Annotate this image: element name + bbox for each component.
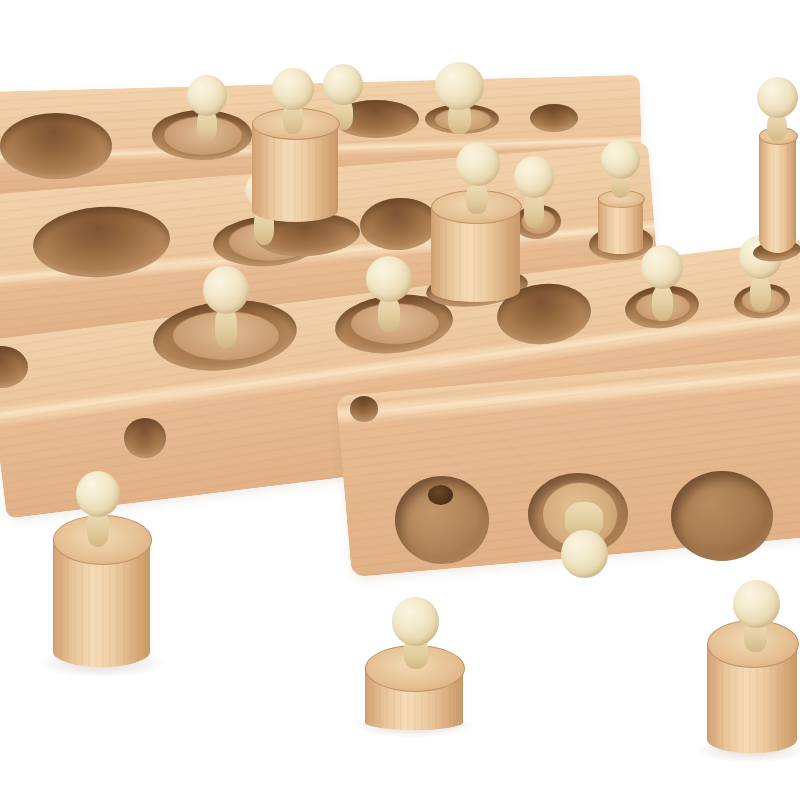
socket-hole-deep-empty [671,471,773,561]
knob-stem [652,285,673,321]
knobbed-cylinder-knob [366,256,412,332]
knob-ball [272,68,314,110]
side-notch [350,396,378,422]
knob-stem [750,275,772,311]
knob-ball [561,530,608,578]
knob-ball [641,245,683,289]
standing-cylinder-tall-thin [755,75,800,255]
knobbed-cylinder-knob [203,266,249,348]
knob-pointing-outward [561,500,608,578]
knobbed-cylinder-knob [435,62,484,134]
loose-cylinder-large [53,469,150,669]
standing-cylinder-large [250,66,340,224]
knob-ball [187,75,227,116]
pilot-hole [428,485,453,505]
cylinder-body [759,135,796,253]
knob-ball [601,140,640,179]
standing-cylinder-large [429,140,521,302]
knob-ball [757,77,798,118]
socket-hole-empty-small [530,104,578,132]
knob-ball [435,62,484,110]
knob-ball [366,256,412,302]
standing-cylinder-small [596,138,646,258]
knob-ball [76,471,120,517]
knobbed-cylinder-knob [187,75,227,141]
knob-ball [733,580,780,628]
socket-hole-empty [0,113,112,179]
product-photo-scene [0,0,800,800]
loose-cylinder-short-wide [365,595,463,732]
knobbed-cylinder-knob [641,245,683,321]
knob-ball [203,266,249,314]
side-notch [124,418,166,458]
knob-ball [456,142,500,186]
knob-ball [392,597,439,646]
loose-cylinder-medium [707,578,797,755]
knob-stem [466,184,488,214]
